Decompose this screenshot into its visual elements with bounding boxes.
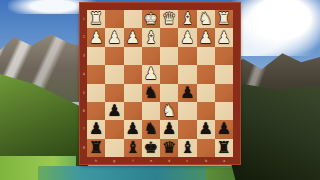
square-f8[interactable]: ♝ bbox=[124, 139, 142, 157]
square-a6[interactable] bbox=[215, 102, 233, 120]
dark-slope-right bbox=[228, 84, 320, 180]
black-queen[interactable]: ♛ bbox=[162, 139, 176, 157]
square-g1[interactable] bbox=[105, 10, 123, 28]
square-e8[interactable]: ♚ bbox=[142, 139, 160, 157]
square-g5[interactable] bbox=[105, 84, 123, 102]
black-knight[interactable]: ♞ bbox=[144, 84, 158, 102]
black-pawn[interactable]: ♟ bbox=[180, 84, 194, 102]
square-f6[interactable] bbox=[124, 102, 142, 120]
black-bishop[interactable]: ♝ bbox=[180, 139, 194, 157]
square-h2[interactable]: ♟ bbox=[87, 28, 105, 46]
white-rook[interactable]: ♜ bbox=[217, 10, 231, 28]
square-h3[interactable] bbox=[87, 47, 105, 65]
square-g8[interactable] bbox=[105, 139, 123, 157]
square-a1[interactable]: ♜ bbox=[215, 10, 233, 28]
square-g7[interactable] bbox=[105, 120, 123, 138]
black-pawn[interactable]: ♟ bbox=[198, 120, 212, 138]
square-f3[interactable] bbox=[124, 47, 142, 65]
square-d2[interactable] bbox=[160, 28, 178, 46]
square-b5[interactable] bbox=[197, 84, 215, 102]
square-h7[interactable]: ♟ bbox=[87, 120, 105, 138]
file-label: f bbox=[126, 158, 139, 163]
rank-label: 2 bbox=[82, 31, 86, 44]
square-d6[interactable]: ♞ bbox=[160, 102, 178, 120]
square-g3[interactable] bbox=[105, 47, 123, 65]
black-king[interactable]: ♚ bbox=[144, 139, 158, 157]
square-b8[interactable] bbox=[197, 139, 215, 157]
black-bishop[interactable]: ♝ bbox=[125, 139, 139, 157]
black-pawn[interactable]: ♟ bbox=[89, 120, 103, 138]
white-knight[interactable]: ♞ bbox=[162, 102, 176, 120]
square-c6[interactable] bbox=[178, 102, 196, 120]
square-d4[interactable] bbox=[160, 65, 178, 83]
square-c3[interactable] bbox=[178, 47, 196, 65]
black-knight[interactable]: ♞ bbox=[144, 120, 158, 138]
square-b7[interactable]: ♟ bbox=[197, 120, 215, 138]
file-label: e bbox=[144, 158, 157, 163]
white-bishop[interactable]: ♝ bbox=[144, 29, 158, 47]
square-h5[interactable] bbox=[87, 84, 105, 102]
square-h1[interactable]: ♜ bbox=[87, 10, 105, 28]
rank-label: 7 bbox=[82, 123, 86, 136]
black-rook[interactable]: ♜ bbox=[217, 139, 231, 157]
square-b1[interactable]: ♞ bbox=[197, 10, 215, 28]
black-pawn[interactable]: ♟ bbox=[217, 120, 231, 138]
rank-label: 4 bbox=[82, 68, 86, 81]
white-knight[interactable]: ♞ bbox=[198, 10, 212, 28]
cloud-right bbox=[226, 0, 320, 56]
file-label: a bbox=[217, 158, 230, 163]
white-pawn[interactable]: ♟ bbox=[198, 29, 212, 47]
white-bishop[interactable]: ♝ bbox=[180, 10, 194, 28]
white-pawn[interactable]: ♟ bbox=[144, 65, 158, 83]
square-c5[interactable]: ♟ bbox=[178, 84, 196, 102]
square-c8[interactable]: ♝ bbox=[178, 139, 196, 157]
square-a4[interactable] bbox=[215, 65, 233, 83]
square-e7[interactable]: ♞ bbox=[142, 120, 160, 138]
rank-label: 1 bbox=[82, 13, 86, 26]
square-e2[interactable]: ♝ bbox=[142, 28, 160, 46]
square-b3[interactable] bbox=[197, 47, 215, 65]
square-d1[interactable]: ♛ bbox=[160, 10, 178, 28]
thumbnail-canvas: 12345678 hgfedcba ♜♚♛♝♞♜♟♟♟♝♟♟♟♟♞♟♟♞♟♟♞♟… bbox=[0, 0, 320, 180]
square-c4[interactable] bbox=[178, 65, 196, 83]
square-a3[interactable] bbox=[215, 47, 233, 65]
square-a7[interactable]: ♟ bbox=[215, 120, 233, 138]
square-e4[interactable]: ♟ bbox=[142, 65, 160, 83]
square-h4[interactable] bbox=[87, 65, 105, 83]
square-e5[interactable]: ♞ bbox=[142, 84, 160, 102]
square-g4[interactable] bbox=[105, 65, 123, 83]
rank-label: 6 bbox=[82, 104, 86, 117]
square-c2[interactable]: ♟ bbox=[178, 28, 196, 46]
lake-water bbox=[38, 166, 234, 180]
square-d7[interactable]: ♟ bbox=[160, 120, 178, 138]
white-queen[interactable]: ♛ bbox=[162, 10, 176, 28]
black-rook[interactable]: ♜ bbox=[89, 139, 103, 157]
square-c1[interactable]: ♝ bbox=[178, 10, 196, 28]
file-label: b bbox=[199, 158, 212, 163]
square-g6[interactable]: ♟ bbox=[105, 102, 123, 120]
square-f2[interactable]: ♟ bbox=[124, 28, 142, 46]
square-b2[interactable]: ♟ bbox=[197, 28, 215, 46]
square-f5[interactable] bbox=[124, 84, 142, 102]
black-pawn[interactable]: ♟ bbox=[107, 102, 121, 120]
board-grid: ♜♚♛♝♞♜♟♟♟♝♟♟♟♟♞♟♟♞♟♟♞♟♟♟♜♝♚♛♝♜ bbox=[87, 10, 233, 157]
square-b6[interactable] bbox=[197, 102, 215, 120]
white-rook[interactable]: ♜ bbox=[89, 10, 103, 28]
black-pawn[interactable]: ♟ bbox=[125, 120, 139, 138]
square-h8[interactable]: ♜ bbox=[87, 139, 105, 157]
square-a8[interactable]: ♜ bbox=[215, 139, 233, 157]
rank-label: 5 bbox=[82, 86, 86, 99]
white-king[interactable]: ♚ bbox=[144, 10, 158, 28]
square-a5[interactable] bbox=[215, 84, 233, 102]
file-label: g bbox=[108, 158, 121, 163]
file-label: h bbox=[90, 158, 103, 163]
square-d3[interactable] bbox=[160, 47, 178, 65]
square-b4[interactable] bbox=[197, 65, 215, 83]
white-pawn[interactable]: ♟ bbox=[107, 29, 121, 47]
rank-label: 3 bbox=[82, 49, 86, 62]
black-pawn[interactable]: ♟ bbox=[162, 120, 176, 138]
chess-board: 12345678 hgfedcba ♜♚♛♝♞♜♟♟♟♝♟♟♟♟♞♟♟♞♟♟♞♟… bbox=[80, 3, 240, 164]
rank-label: 8 bbox=[82, 141, 86, 154]
square-e6[interactable] bbox=[142, 102, 160, 120]
white-pawn[interactable]: ♟ bbox=[89, 29, 103, 47]
file-labels: hgfedcba bbox=[87, 157, 233, 164]
square-c7[interactable] bbox=[178, 120, 196, 138]
square-h6[interactable] bbox=[87, 102, 105, 120]
square-f4[interactable] bbox=[124, 65, 142, 83]
square-a2[interactable]: ♟ bbox=[215, 28, 233, 46]
square-d8[interactable]: ♛ bbox=[160, 139, 178, 157]
white-pawn[interactable]: ♟ bbox=[180, 29, 194, 47]
square-f1[interactable] bbox=[124, 10, 142, 28]
white-pawn[interactable]: ♟ bbox=[125, 29, 139, 47]
square-e1[interactable]: ♚ bbox=[142, 10, 160, 28]
square-e3[interactable] bbox=[142, 47, 160, 65]
file-label: d bbox=[163, 158, 176, 163]
square-f7[interactable]: ♟ bbox=[124, 120, 142, 138]
white-pawn[interactable]: ♟ bbox=[217, 29, 231, 47]
square-g2[interactable]: ♟ bbox=[105, 28, 123, 46]
square-d5[interactable] bbox=[160, 84, 178, 102]
file-label: c bbox=[181, 158, 194, 163]
